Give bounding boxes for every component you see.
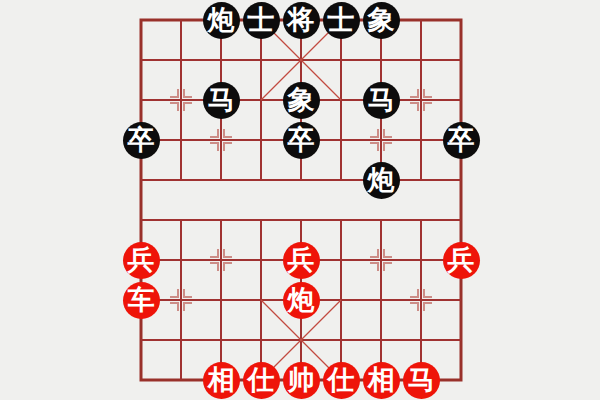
piece-red-soldier[interactable]: 兵: [283, 242, 320, 279]
piece-black-horse[interactable]: 马: [203, 82, 240, 119]
piece-black-soldier[interactable]: 卒: [283, 122, 320, 159]
piece-red-chariot[interactable]: 车: [123, 282, 160, 319]
piece-black-advisor[interactable]: 士: [243, 2, 280, 39]
piece-red-advisor[interactable]: 仕: [243, 362, 280, 399]
piece-black-cannon[interactable]: 炮: [203, 2, 240, 39]
pieces-grid: 炮士将士象马象马卒卒卒炮兵兵兵车炮相仕帅仕相马: [121, 0, 481, 400]
piece-red-soldier[interactable]: 兵: [443, 242, 480, 279]
piece-black-elephant[interactable]: 象: [283, 82, 320, 119]
piece-black-elephant[interactable]: 象: [363, 2, 400, 39]
piece-red-advisor[interactable]: 仕: [323, 362, 360, 399]
piece-black-general[interactable]: 将: [283, 2, 320, 39]
piece-black-advisor[interactable]: 士: [323, 2, 360, 39]
piece-red-cannon[interactable]: 炮: [283, 282, 320, 319]
piece-black-cannon[interactable]: 炮: [363, 162, 400, 199]
piece-red-elephant[interactable]: 相: [363, 362, 400, 399]
piece-black-horse[interactable]: 马: [363, 82, 400, 119]
piece-black-soldier[interactable]: 卒: [123, 122, 160, 159]
piece-red-elephant[interactable]: 相: [203, 362, 240, 399]
piece-red-general[interactable]: 帅: [283, 362, 320, 399]
piece-red-soldier[interactable]: 兵: [123, 242, 160, 279]
piece-black-soldier[interactable]: 卒: [443, 122, 480, 159]
xiangqi-board: 炮士将士象马象马卒卒卒炮兵兵兵车炮相仕帅仕相马: [0, 0, 600, 400]
piece-red-horse[interactable]: 马: [403, 362, 440, 399]
